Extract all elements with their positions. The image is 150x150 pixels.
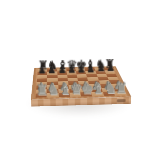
chess-set-photo: ♜♞♝♛♚♝♞♜♟♟♟♟♟♟♟♟♟♟♟♟♟♟♟♟♜♞♝♛♚♝♞♜ bbox=[0, 0, 150, 150]
square-c1: ♝ bbox=[58, 93, 70, 97]
piece-black-bishop: ♝ bbox=[57, 59, 67, 71]
piece-black-rook: ♜ bbox=[104, 58, 113, 70]
square-c5 bbox=[57, 78, 67, 82]
piece-black-king: ♚ bbox=[76, 59, 86, 71]
brand-stamp bbox=[116, 99, 125, 102]
chess-board-3d: ♜♞♝♛♚♝♞♜♟♟♟♟♟♟♟♟♟♟♟♟♟♟♟♟♜♞♝♛♚♝♞♜ bbox=[31, 66, 131, 99]
square-b1: ♞ bbox=[47, 93, 58, 98]
piece-black-rook: ♜ bbox=[38, 60, 48, 72]
piece-black-knight: ♞ bbox=[47, 59, 57, 71]
square-a1: ♜ bbox=[36, 93, 47, 98]
piece-black-queen: ♛ bbox=[66, 59, 76, 71]
square-h1: ♜ bbox=[113, 91, 126, 95]
chess-board-grid: ♜♞♝♛♚♝♞♜♟♟♟♟♟♟♟♟♟♟♟♟♟♟♟♟♜♞♝♛♚♝♞♜ bbox=[31, 66, 131, 99]
square-d1: ♛ bbox=[69, 92, 81, 96]
